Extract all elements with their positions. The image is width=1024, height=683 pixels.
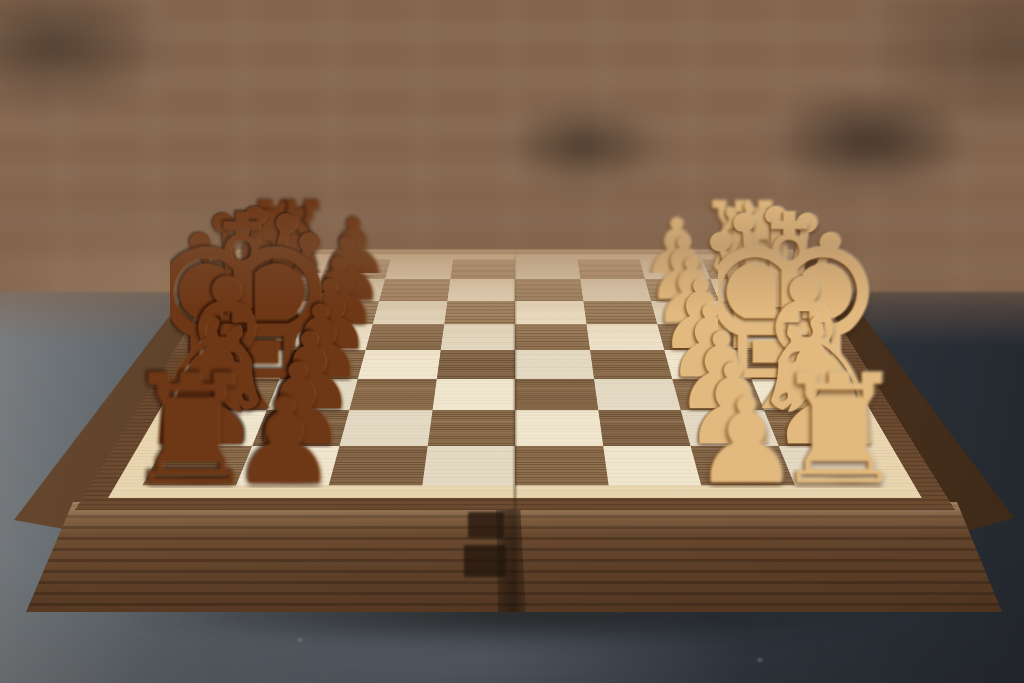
- piece-white-pawn: ♟: [622, 4, 745, 298]
- square-d7: [291, 324, 373, 350]
- square-e3: [590, 350, 672, 379]
- square-f2: [672, 379, 764, 411]
- square-h8: [142, 446, 251, 486]
- square-h1: [778, 446, 887, 486]
- square-f3: [594, 379, 681, 411]
- square-e6: [358, 350, 440, 379]
- square-a8: [255, 260, 328, 280]
- square-f6: [349, 379, 436, 411]
- square-b4: [515, 279, 583, 300]
- board-grid: [142, 260, 887, 486]
- square-g1: [764, 410, 866, 445]
- square-g4: [515, 410, 603, 445]
- square-c6: [373, 301, 447, 325]
- square-d4: [515, 324, 590, 350]
- square-f4: [515, 379, 598, 411]
- square-g3: [598, 410, 691, 445]
- square-d5: [440, 324, 515, 350]
- square-b1: [710, 279, 787, 300]
- square-d6: [366, 324, 444, 350]
- square-e4: [515, 350, 594, 379]
- square-h7: [236, 446, 340, 486]
- square-d3: [586, 324, 664, 350]
- chess-board: ♜♟♟♜♞♟♟♞♝♟♟♝♛♟♟♛♚♟♟♚♝♟♟♝♞♟♟♞♜♟♟♜: [75, 249, 955, 510]
- square-c1: [719, 301, 800, 325]
- piece-white-knight: ♞: [690, 4, 813, 298]
- square-g7: [252, 410, 349, 445]
- square-a1: [702, 260, 775, 280]
- piece-white-pawn: ♟: [618, 0, 736, 277]
- square-d1: [728, 324, 813, 350]
- piece-black-rook: ♜: [229, 0, 347, 277]
- piece-black-pawn: ♟: [284, 4, 407, 298]
- square-c7: [302, 301, 380, 325]
- square-e8: [201, 350, 291, 379]
- square-f7: [266, 379, 358, 411]
- square-h4: [515, 446, 608, 486]
- square-h6: [329, 446, 428, 486]
- square-h5: [422, 446, 515, 486]
- square-g2: [681, 410, 778, 445]
- square-f8: [183, 379, 279, 411]
- square-c5: [444, 301, 515, 325]
- square-a7: [320, 260, 390, 280]
- square-a3: [577, 260, 645, 280]
- square-a6: [385, 260, 453, 280]
- square-e2: [664, 350, 750, 379]
- square-e5: [436, 350, 515, 379]
- piece-white-rook: ♜: [683, 0, 801, 277]
- square-d2: [657, 324, 739, 350]
- square-g8: [164, 410, 266, 445]
- square-f1: [751, 379, 847, 411]
- piece-black-knight: ♞: [217, 4, 340, 298]
- square-d8: [216, 324, 301, 350]
- square-b7: [311, 279, 385, 300]
- square-c2: [651, 301, 729, 325]
- square-a2: [640, 260, 710, 280]
- piece-black-pawn: ♟: [294, 0, 412, 277]
- square-c4: [515, 301, 586, 325]
- square-b6: [379, 279, 450, 300]
- square-g5: [427, 410, 515, 445]
- square-b5: [447, 279, 515, 300]
- square-a4: [515, 260, 580, 280]
- square-f5: [432, 379, 515, 411]
- square-e1: [739, 350, 829, 379]
- square-h2: [690, 446, 794, 486]
- chess-scene: ♜♟♟♜♞♟♟♞♝♟♟♝♛♟♟♛♚♟♟♚♝♟♟♝♞♟♟♞♜♟♟♜: [0, 0, 1024, 683]
- square-g6: [340, 410, 433, 445]
- photo-stage: ♜♟♟♜♞♟♟♞♝♟♟♝♛♟♟♛♚♟♟♚♝♟♟♝♞♟♟♞♜♟♟♜: [0, 0, 1024, 683]
- square-e7: [279, 350, 365, 379]
- square-a5: [450, 260, 515, 280]
- square-c8: [230, 301, 311, 325]
- square-b2: [645, 279, 719, 300]
- square-b8: [243, 279, 320, 300]
- square-c3: [583, 301, 657, 325]
- square-h3: [603, 446, 702, 486]
- square-b3: [580, 279, 651, 300]
